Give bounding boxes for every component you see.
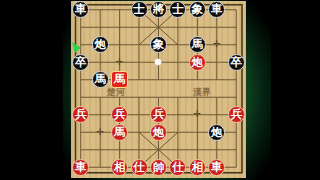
board-grid: ✛✛✛✛車士將士象車炮象馬卒卒馬馬炮兵兵兵兵馬炮炮車相仕帥仕相車 (71, 1, 246, 176)
piece-red-horse[interactable]: 馬 (111, 124, 128, 141)
piece-black-horse[interactable]: 馬 (189, 36, 206, 53)
piece-black-chariot[interactable]: 車 (208, 1, 225, 18)
piece-black-soldier[interactable]: 卒 (228, 54, 245, 71)
piece-red-soldier[interactable]: 兵 (111, 106, 128, 123)
piece-red-chariot[interactable]: 車 (208, 159, 225, 176)
piece-black-advisor[interactable]: 士 (169, 1, 186, 18)
piece-red-advisor[interactable]: 仕 (169, 159, 186, 176)
point-marker-icon: ✛ (194, 110, 202, 119)
point-marker-icon: ✛ (213, 40, 221, 49)
piece-black-cannon[interactable]: 炮 (208, 124, 225, 141)
piece-red-advisor[interactable]: 仕 (131, 159, 148, 176)
piece-black-soldier[interactable]: 卒 (72, 54, 89, 71)
piece-red-elephant[interactable]: 相 (189, 159, 206, 176)
point-marker-icon: ✛ (96, 128, 104, 137)
piece-red-general[interactable]: 帥 (150, 159, 167, 176)
piece-black-horse[interactable]: 馬 (92, 71, 109, 88)
piece-black-elephant[interactable]: 象 (150, 36, 167, 53)
piece-red-soldier[interactable]: 兵 (228, 106, 245, 123)
piece-black-elephant[interactable]: 象 (189, 1, 206, 18)
piece-black-advisor[interactable]: 士 (131, 1, 148, 18)
piece-red-soldier[interactable]: 兵 (72, 106, 89, 123)
piece-red-horse[interactable]: 馬 (111, 71, 128, 88)
point-marker-icon: ✛ (116, 58, 124, 67)
move-origin-dot (155, 59, 161, 65)
piece-red-chariot[interactable]: 車 (72, 159, 89, 176)
piece-red-cannon[interactable]: 炮 (150, 124, 167, 141)
xiangqi-board: 楚河 漢界 ✛✛✛✛車士將士象車炮象馬卒卒馬馬炮兵兵兵兵馬炮炮車相仕帥仕相車 (71, 1, 246, 178)
piece-black-general[interactable]: 將 (150, 1, 167, 18)
piece-black-cannon[interactable]: 炮 (92, 36, 109, 53)
piece-red-elephant[interactable]: 相 (111, 159, 128, 176)
piece-black-chariot[interactable]: 車 (72, 1, 89, 18)
piece-red-soldier[interactable]: 兵 (150, 106, 167, 123)
piece-red-cannon[interactable]: 炮 (189, 54, 206, 71)
